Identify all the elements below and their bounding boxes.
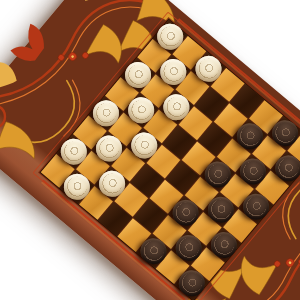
photo-scene [0,0,300,300]
wooden-game-box [0,0,300,300]
